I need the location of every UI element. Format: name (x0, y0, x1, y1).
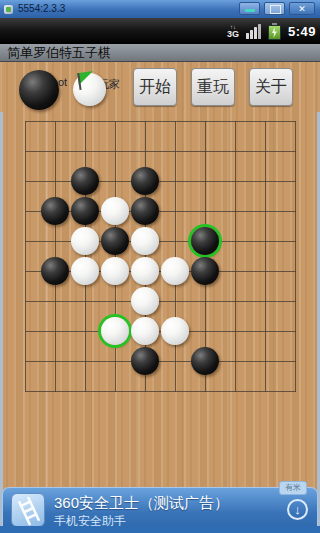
black-stone (71, 167, 99, 195)
robot-black-stone (19, 70, 59, 110)
white-stone (161, 257, 189, 285)
360-app-icon (11, 493, 45, 527)
white-stone (131, 227, 159, 255)
grid-line (25, 361, 296, 362)
white-stone (71, 257, 99, 285)
grid-line (25, 121, 26, 392)
android-status-bar: ↑↓ 3G 5:49 (0, 18, 320, 44)
app-title-bar: 简单罗伯特五子棋 (0, 44, 320, 62)
turn-flag-icon (77, 71, 95, 85)
grid-line (25, 241, 296, 242)
grid-line (235, 121, 236, 392)
white-stone (131, 257, 159, 285)
status-clock: 5:49 (288, 24, 316, 39)
white-stone (131, 287, 159, 315)
grid-line (295, 121, 296, 392)
signal-strength-icon (246, 24, 261, 39)
maximize-button[interactable] (264, 2, 285, 15)
network-3g-icon: ↑↓ 3G (227, 24, 239, 39)
window-titlebar: 5554:2.3.3 ✕ (0, 0, 320, 18)
emulator-window: 5554:2.3.3 ✕ ↑↓ 3G 5:49 简单罗伯特五子棋 robot 玩… (0, 0, 320, 533)
battery-icon (268, 23, 281, 40)
white-stone (101, 257, 129, 285)
black-stone-last-move (191, 227, 219, 255)
window-bottom-frame (0, 526, 320, 533)
window-title: 5554:2.3.3 (18, 0, 65, 18)
white-stone (131, 317, 159, 345)
white-stone (101, 197, 129, 225)
minimize-button[interactable] (239, 2, 260, 15)
grid-line (25, 391, 296, 392)
download-icon[interactable]: ↓ (287, 499, 308, 520)
ad-title: 360安全卫士（测试广告） (54, 494, 229, 513)
white-stone (71, 227, 99, 255)
black-stone (191, 257, 219, 285)
white-stone (161, 317, 189, 345)
ad-network-tag: 有米 (279, 481, 307, 495)
black-stone (41, 197, 69, 225)
grid-line (25, 121, 296, 122)
black-stone (131, 197, 159, 225)
black-stone (71, 197, 99, 225)
emulator-icon (4, 5, 13, 14)
white-stone-last-move (101, 317, 129, 345)
grid-line (25, 181, 296, 182)
gomoku-board[interactable] (0, 62, 320, 533)
grid-line (25, 151, 296, 152)
grid-line (265, 121, 266, 392)
black-stone (101, 227, 129, 255)
game-area: robot 玩家 开始 重玩 关于 (0, 62, 320, 533)
black-stone (131, 347, 159, 375)
black-stone (191, 347, 219, 375)
black-stone (41, 257, 69, 285)
black-stone (131, 167, 159, 195)
grid-line (25, 301, 296, 302)
close-button[interactable]: ✕ (289, 2, 315, 15)
